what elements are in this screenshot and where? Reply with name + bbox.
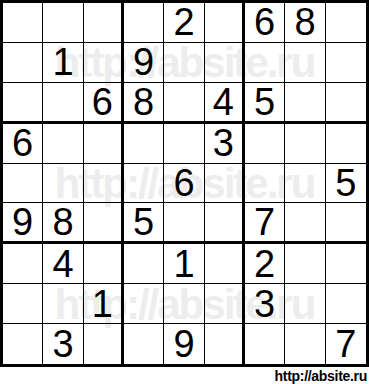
sudoku-cell-empty bbox=[124, 164, 164, 204]
sudoku-cell-empty bbox=[285, 43, 325, 83]
sudoku-cell-empty bbox=[205, 43, 245, 83]
sudoku-cell-empty bbox=[84, 164, 124, 204]
sudoku-cell-given: 9 bbox=[124, 43, 164, 83]
sudoku-cell-empty bbox=[205, 324, 245, 364]
sudoku-cell-empty bbox=[3, 83, 43, 124]
sudoku-cell-given: 5 bbox=[326, 164, 366, 204]
sudoku-cell-given: 2 bbox=[164, 3, 204, 43]
sudoku-cell-empty bbox=[326, 203, 366, 244]
sudoku-cell-empty bbox=[43, 284, 83, 324]
sudoku-cell-empty bbox=[326, 284, 366, 324]
sudoku-cell-empty bbox=[124, 124, 164, 164]
sudoku-cell-empty bbox=[164, 284, 204, 324]
sudoku-cell-given: 5 bbox=[245, 83, 285, 124]
sudoku-cell-empty bbox=[326, 124, 366, 164]
sudoku-cell-given: 3 bbox=[245, 284, 285, 324]
sudoku-cell-empty bbox=[164, 124, 204, 164]
sudoku-cell-empty bbox=[285, 284, 325, 324]
sudoku-cell-empty bbox=[285, 164, 325, 204]
sudoku-cell-given: 6 bbox=[245, 3, 285, 43]
sudoku-cell-given: 7 bbox=[245, 203, 285, 244]
sudoku-grid: 2681968456365985741213397 bbox=[3, 3, 366, 364]
sudoku-cell-empty bbox=[285, 324, 325, 364]
sudoku-cell-empty bbox=[245, 124, 285, 164]
sudoku-cell-empty bbox=[164, 203, 204, 244]
sudoku-cell-given: 6 bbox=[3, 124, 43, 164]
sudoku-cell-given: 9 bbox=[3, 203, 43, 244]
sudoku-cell-empty bbox=[84, 3, 124, 43]
sudoku-cell-empty bbox=[205, 284, 245, 324]
sudoku-cell-given: 8 bbox=[43, 203, 83, 244]
sudoku-cell-given: 4 bbox=[205, 83, 245, 124]
sudoku-cell-empty bbox=[245, 43, 285, 83]
sudoku-cell-empty bbox=[245, 324, 285, 364]
sudoku-cell-empty bbox=[84, 324, 124, 364]
sudoku-cell-empty bbox=[205, 203, 245, 244]
sudoku-cell-empty bbox=[326, 43, 366, 83]
sudoku-cell-empty bbox=[285, 244, 325, 284]
sudoku-cell-empty bbox=[3, 324, 43, 364]
sudoku-cell-given: 6 bbox=[84, 83, 124, 124]
sudoku-cell-empty bbox=[326, 3, 366, 43]
footer-site-link[interactable]: http://absite.ru bbox=[275, 368, 367, 384]
sudoku-cell-empty bbox=[124, 244, 164, 284]
sudoku-cell-empty bbox=[164, 43, 204, 83]
sudoku-cell-empty bbox=[43, 83, 83, 124]
sudoku-cell-empty bbox=[205, 164, 245, 204]
sudoku-cell-empty bbox=[285, 83, 325, 124]
sudoku-cell-empty bbox=[84, 124, 124, 164]
sudoku-page: { "game": "sudoku", "position": "....2.6… bbox=[0, 0, 369, 384]
sudoku-cell-empty bbox=[164, 83, 204, 124]
sudoku-cell-empty bbox=[3, 3, 43, 43]
sudoku-cell-empty bbox=[3, 244, 43, 284]
sudoku-cell-given: 2 bbox=[245, 244, 285, 284]
sudoku-cell-given: 7 bbox=[326, 324, 366, 364]
sudoku-cell-empty bbox=[3, 164, 43, 204]
sudoku-cell-given: 3 bbox=[43, 324, 83, 364]
sudoku-cell-empty bbox=[84, 43, 124, 83]
sudoku-board: http://absite.ru http://absite.ru http:/… bbox=[0, 0, 369, 367]
sudoku-cell-empty bbox=[43, 164, 83, 204]
sudoku-cell-empty bbox=[326, 83, 366, 124]
sudoku-cell-given: 3 bbox=[205, 124, 245, 164]
sudoku-cell-empty bbox=[84, 244, 124, 284]
sudoku-cell-given: 1 bbox=[84, 284, 124, 324]
sudoku-cell-given: 6 bbox=[164, 164, 204, 204]
sudoku-cell-empty bbox=[3, 284, 43, 324]
sudoku-cell-given: 1 bbox=[164, 244, 204, 284]
sudoku-cell-given: 1 bbox=[43, 43, 83, 83]
sudoku-cell-empty bbox=[43, 3, 83, 43]
sudoku-cell-empty bbox=[124, 3, 164, 43]
sudoku-cell-empty bbox=[205, 3, 245, 43]
sudoku-cell-empty bbox=[124, 284, 164, 324]
sudoku-cell-empty bbox=[124, 324, 164, 364]
sudoku-cell-empty bbox=[245, 164, 285, 204]
sudoku-cell-given: 4 bbox=[43, 244, 83, 284]
sudoku-cell-empty bbox=[285, 124, 325, 164]
sudoku-cell-empty bbox=[285, 203, 325, 244]
sudoku-cell-given: 9 bbox=[164, 324, 204, 364]
sudoku-cell-empty bbox=[84, 203, 124, 244]
sudoku-cell-empty bbox=[43, 124, 83, 164]
sudoku-cell-empty bbox=[3, 43, 43, 83]
sudoku-cell-given: 8 bbox=[124, 83, 164, 124]
sudoku-cell-given: 5 bbox=[124, 203, 164, 244]
sudoku-cell-given: 8 bbox=[285, 3, 325, 43]
sudoku-cell-empty bbox=[326, 244, 366, 284]
sudoku-cell-empty bbox=[205, 244, 245, 284]
